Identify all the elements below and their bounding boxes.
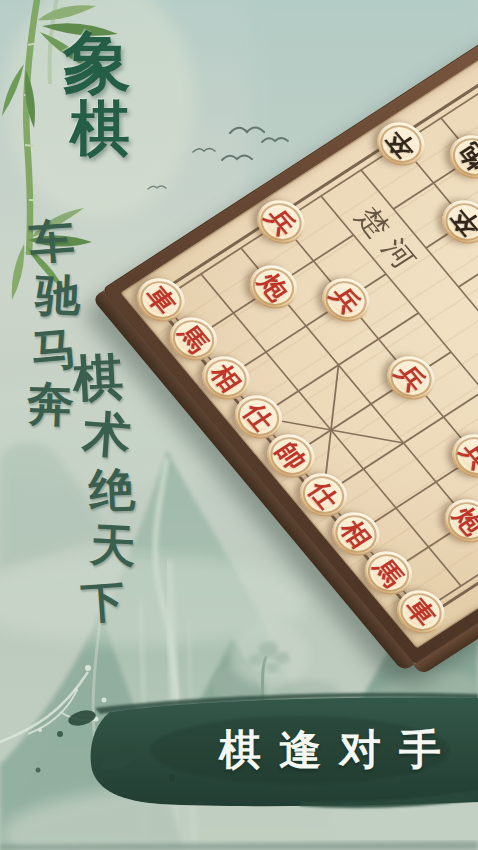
banner-text[interactable]: 棋逢对手: [200, 722, 478, 778]
calligraphy-char: 奔: [26, 376, 74, 432]
ink-dot: [36, 768, 41, 773]
calligraphy-char: 象: [58, 28, 136, 96]
ink-dot: [169, 775, 176, 782]
calligraphy-char: 术: [80, 404, 134, 463]
splash-screen: 象棋 车驰马奔 棋术绝天下 楚河 車馬相仕帥仕相馬車炮炮兵兵兵兵兵車馬象士將士象…: [0, 0, 478, 850]
calligraphy-char: 车: [27, 213, 77, 270]
calligraphy-char: 棋: [61, 98, 139, 158]
calligraphy-char: 天: [87, 517, 140, 576]
app-title: 象棋: [58, 28, 136, 158]
calligraphy-char: 下: [76, 572, 130, 631]
calligraphy-char: 驰: [34, 268, 83, 324]
ink-dot: [57, 731, 63, 737]
slogan-line-2: 棋术绝天下: [79, 350, 129, 630]
slogan-line-1: 车驰马奔: [29, 215, 75, 431]
ink-blob: [67, 708, 98, 729]
sky-tint: [250, 0, 478, 200]
calligraphy-char: 绝: [86, 461, 138, 519]
calligraphy-char: 棋: [72, 349, 125, 408]
